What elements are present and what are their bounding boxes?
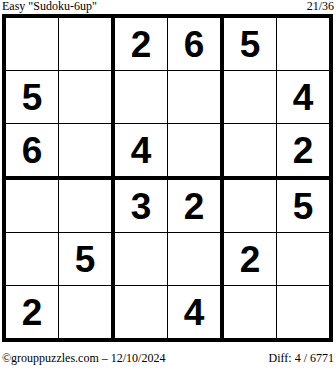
cell-r3c6[interactable]: 2 xyxy=(277,124,329,180)
cell-r3c3[interactable]: 4 xyxy=(115,124,168,180)
header: Easy "Sudoku-6up" 21/36 xyxy=(0,0,336,13)
cell-r2c1[interactable]: 5 xyxy=(6,71,59,124)
cell-r1c3[interactable]: 2 xyxy=(115,18,168,71)
cell-r3c5[interactable] xyxy=(224,124,277,180)
footer: ©grouppuzzles.com – 12/10/2024 Diff: 4 /… xyxy=(0,351,336,365)
cell-r3c2[interactable] xyxy=(59,124,115,180)
cell-r1c4[interactable]: 6 xyxy=(168,18,224,71)
cell-r6c4[interactable]: 4 xyxy=(168,286,224,338)
cell-r4c4[interactable]: 2 xyxy=(168,180,224,233)
cell-r5c3[interactable] xyxy=(115,233,168,286)
cell-r5c4[interactable] xyxy=(168,233,224,286)
cell-r4c5[interactable] xyxy=(224,180,277,233)
sudoku-board: 265546423255224 xyxy=(2,14,333,342)
cell-r4c2[interactable] xyxy=(59,180,115,233)
remaining-counter: 21/36 xyxy=(307,0,334,13)
cell-r6c6[interactable] xyxy=(277,286,329,338)
cell-r2c4[interactable] xyxy=(168,71,224,124)
difficulty-text: Diff: 4 / 6771 xyxy=(269,351,334,365)
cell-r5c2[interactable]: 5 xyxy=(59,233,115,286)
cell-r6c2[interactable] xyxy=(59,286,115,338)
cell-r2c2[interactable] xyxy=(59,71,115,124)
cell-r6c3[interactable] xyxy=(115,286,168,338)
cell-r4c6[interactable]: 5 xyxy=(277,180,329,233)
cell-r4c3[interactable]: 3 xyxy=(115,180,168,233)
cell-r4c1[interactable] xyxy=(6,180,59,233)
cell-r3c1[interactable]: 6 xyxy=(6,124,59,180)
copyright-text: ©grouppuzzles.com – 12/10/2024 xyxy=(2,351,165,365)
cell-r5c6[interactable] xyxy=(277,233,329,286)
puzzle-page: Easy "Sudoku-6up" 21/36 265546423255224 … xyxy=(0,0,336,370)
cell-r1c6[interactable] xyxy=(277,18,329,71)
puzzle-title: Easy "Sudoku-6up" xyxy=(2,0,97,13)
cell-r3c4[interactable] xyxy=(168,124,224,180)
cell-r1c5[interactable]: 5 xyxy=(224,18,277,71)
cell-r1c2[interactable] xyxy=(59,18,115,71)
cell-r2c3[interactable] xyxy=(115,71,168,124)
cell-r2c5[interactable] xyxy=(224,71,277,124)
cell-r5c1[interactable] xyxy=(6,233,59,286)
cell-r2c6[interactable]: 4 xyxy=(277,71,329,124)
cell-r6c1[interactable]: 2 xyxy=(6,286,59,338)
cell-r6c5[interactable] xyxy=(224,286,277,338)
cell-r5c5[interactable]: 2 xyxy=(224,233,277,286)
cell-r1c1[interactable] xyxy=(6,18,59,71)
